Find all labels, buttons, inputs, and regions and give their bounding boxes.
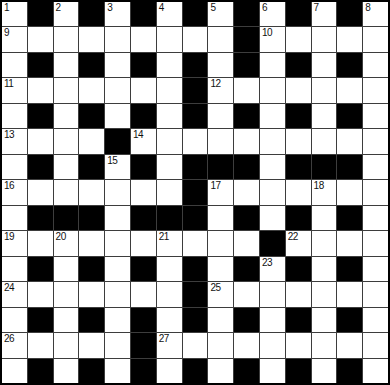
- cell-r12-c14-white[interactable]: [363, 308, 388, 332]
- cell-r1-c0-white[interactable]: 9: [2, 27, 27, 51]
- clue-number: 24: [4, 282, 14, 294]
- cell-r4-c7-black: [183, 104, 208, 128]
- cell-r13-c14-white[interactable]: [363, 333, 388, 357]
- cell-r11-c12-white[interactable]: [312, 282, 337, 306]
- cell-r0-c9-black: [234, 2, 259, 26]
- clue-number: 26: [4, 333, 14, 345]
- cell-r9-c4-white[interactable]: [105, 231, 130, 255]
- cell-r10-c1-black: [28, 257, 53, 281]
- cell-r5-c6-white[interactable]: [157, 129, 182, 153]
- cell-r9-c11-white[interactable]: 22: [286, 231, 311, 255]
- cell-r12-c4-white[interactable]: [105, 308, 130, 332]
- cell-r6-c3-black: [79, 155, 104, 179]
- clue-number: 12: [210, 78, 220, 90]
- cell-r8-c9-black: [234, 206, 259, 230]
- cell-r14-c8-white[interactable]: [208, 359, 233, 383]
- cell-r4-c3-black: [79, 104, 104, 128]
- cell-r2-c0-white[interactable]: [2, 53, 27, 77]
- cell-r7-c14-white[interactable]: [363, 180, 388, 204]
- cell-r13-c3-white[interactable]: [79, 333, 104, 357]
- cell-r6-c9-black: [234, 155, 259, 179]
- cell-r13-c6-white[interactable]: 27: [157, 333, 182, 357]
- cell-r10-c4-white[interactable]: [105, 257, 130, 281]
- cell-r3-c10-white[interactable]: [260, 78, 285, 102]
- cell-r6-c4-white[interactable]: 15: [105, 155, 130, 179]
- cell-r4-c14-white[interactable]: [363, 104, 388, 128]
- cell-r3-c4-white[interactable]: [105, 78, 130, 102]
- cell-r4-c2-white[interactable]: [54, 104, 79, 128]
- cell-r11-c5-white[interactable]: [131, 282, 156, 306]
- cell-r3-c9-white[interactable]: [234, 78, 259, 102]
- cell-r1-c3-white[interactable]: [79, 27, 104, 51]
- cell-r9-c14-white[interactable]: [363, 231, 388, 255]
- cell-r0-c0-white[interactable]: 1: [2, 2, 27, 26]
- cell-r6-c10-white[interactable]: [260, 155, 285, 179]
- cell-r10-c5-black: [131, 257, 156, 281]
- cell-r10-c12-white[interactable]: [312, 257, 337, 281]
- cell-r14-c9-black: [234, 359, 259, 383]
- cell-r11-c8-white[interactable]: 25: [208, 282, 233, 306]
- cell-r7-c10-white[interactable]: [260, 180, 285, 204]
- cell-r7-c5-white[interactable]: [131, 180, 156, 204]
- clue-number: 15: [107, 155, 117, 167]
- cell-r1-c13-white[interactable]: [337, 27, 362, 51]
- cell-r5-c0-white[interactable]: 13: [2, 129, 27, 153]
- cell-r5-c8-white[interactable]: [208, 129, 233, 153]
- cell-r5-c14-white[interactable]: [363, 129, 388, 153]
- cell-r3-c5-white[interactable]: [131, 78, 156, 102]
- cell-r7-c6-white[interactable]: [157, 180, 182, 204]
- cell-r7-c11-white[interactable]: [286, 180, 311, 204]
- cell-r11-c1-white[interactable]: [28, 282, 53, 306]
- cell-r5-c1-white[interactable]: [28, 129, 53, 153]
- cell-r12-c2-white[interactable]: [54, 308, 79, 332]
- cell-r10-c0-white[interactable]: [2, 257, 27, 281]
- cell-r7-c4-white[interactable]: [105, 180, 130, 204]
- cell-r14-c6-white[interactable]: [157, 359, 182, 383]
- cell-r2-c4-white[interactable]: [105, 53, 130, 77]
- cell-r8-c10-white[interactable]: [260, 206, 285, 230]
- cell-r2-c9-black: [234, 53, 259, 77]
- cell-r6-c8-black: [208, 155, 233, 179]
- clue-number: 23: [262, 257, 272, 269]
- cell-r13-c5-black: [131, 333, 156, 357]
- cell-r3-c7-black: [183, 78, 208, 102]
- cell-r4-c5-black: [131, 104, 156, 128]
- cell-r2-c3-black: [79, 53, 104, 77]
- cell-r2-c12-white[interactable]: [312, 53, 337, 77]
- cell-r9-c8-white[interactable]: [208, 231, 233, 255]
- cell-r7-c2-white[interactable]: [54, 180, 79, 204]
- clue-number: 7: [314, 2, 319, 14]
- cell-r4-c1-black: [28, 104, 53, 128]
- cell-r4-c9-black: [234, 104, 259, 128]
- cell-r3-c8-white[interactable]: 12: [208, 78, 233, 102]
- cell-r11-c14-white[interactable]: [363, 282, 388, 306]
- cell-r5-c2-white[interactable]: [54, 129, 79, 153]
- cell-r3-c2-white[interactable]: [54, 78, 79, 102]
- cell-r10-c10-white[interactable]: 23: [260, 257, 285, 281]
- cell-r9-c6-white[interactable]: 21: [157, 231, 182, 255]
- cell-r9-c3-white[interactable]: [79, 231, 104, 255]
- cell-r1-c5-white[interactable]: [131, 27, 156, 51]
- cell-r8-c12-white[interactable]: [312, 206, 337, 230]
- cell-r3-c13-white[interactable]: [337, 78, 362, 102]
- cell-r1-c1-white[interactable]: [28, 27, 53, 51]
- cell-r0-c13-black: [337, 2, 362, 26]
- cell-r13-c11-white[interactable]: [286, 333, 311, 357]
- cell-r9-c0-white[interactable]: 19: [2, 231, 27, 255]
- cell-r8-c1-black: [28, 206, 53, 230]
- cell-r6-c12-black: [312, 155, 337, 179]
- cell-r1-c2-white[interactable]: [54, 27, 79, 51]
- cell-r3-c0-white[interactable]: 11: [2, 78, 27, 102]
- cell-r0-c11-black: [286, 2, 311, 26]
- clue-number: 16: [4, 180, 14, 192]
- cell-r1-c11-white[interactable]: [286, 27, 311, 51]
- cell-r14-c14-white[interactable]: [363, 359, 388, 383]
- cell-r8-c0-white[interactable]: [2, 206, 27, 230]
- cell-r5-c10-white[interactable]: [260, 129, 285, 153]
- clue-number: 21: [159, 231, 169, 243]
- cell-r5-c9-white[interactable]: [234, 129, 259, 153]
- cell-r2-c5-black: [131, 53, 156, 77]
- cell-r13-c9-white[interactable]: [234, 333, 259, 357]
- cell-r14-c2-white[interactable]: [54, 359, 79, 383]
- cell-r6-c14-white[interactable]: [363, 155, 388, 179]
- cell-r12-c10-white[interactable]: [260, 308, 285, 332]
- cell-r1-c10-white[interactable]: 10: [260, 27, 285, 51]
- cell-r6-c7-black: [183, 155, 208, 179]
- cell-r0-c10-white[interactable]: 6: [260, 2, 285, 26]
- cell-r6-c1-black: [28, 155, 53, 179]
- cell-r13-c4-white[interactable]: [105, 333, 130, 357]
- clue-number: 3: [107, 2, 112, 14]
- cell-r7-c9-white[interactable]: [234, 180, 259, 204]
- cell-r12-c5-black: [131, 308, 156, 332]
- cell-r2-c8-white[interactable]: [208, 53, 233, 77]
- cell-r11-c6-white[interactable]: [157, 282, 182, 306]
- cell-r8-c3-black: [79, 206, 104, 230]
- cell-r14-c1-black: [28, 359, 53, 383]
- cell-r1-c12-white[interactable]: [312, 27, 337, 51]
- clue-number: 9: [4, 27, 9, 39]
- cell-r12-c12-white[interactable]: [312, 308, 337, 332]
- cell-r8-c2-black: [54, 206, 79, 230]
- cell-r14-c7-black: [183, 359, 208, 383]
- cell-r8-c11-black: [286, 206, 311, 230]
- clue-number: 1: [4, 2, 9, 14]
- cell-r7-c8-white[interactable]: 17: [208, 180, 233, 204]
- cell-r7-c3-white[interactable]: [79, 180, 104, 204]
- cell-r8-c8-white[interactable]: [208, 206, 233, 230]
- cell-r13-c2-white[interactable]: [54, 333, 79, 357]
- crossword-grid: 1234567891011121314151617181920212223242…: [0, 0, 390, 385]
- cell-r5-c3-white[interactable]: [79, 129, 104, 153]
- cell-r12-c6-white[interactable]: [157, 308, 182, 332]
- cell-r9-c7-white[interactable]: [183, 231, 208, 255]
- cell-r10-c11-black: [286, 257, 311, 281]
- cell-r12-c13-black: [337, 308, 362, 332]
- cell-r4-c4-white[interactable]: [105, 104, 130, 128]
- cell-r13-c12-white[interactable]: [312, 333, 337, 357]
- cell-r3-c6-white[interactable]: [157, 78, 182, 102]
- cell-r10-c3-black: [79, 257, 104, 281]
- cell-r11-c9-white[interactable]: [234, 282, 259, 306]
- cell-r0-c2-white[interactable]: 2: [54, 2, 79, 26]
- clue-number: 25: [210, 282, 220, 294]
- cell-r2-c1-black: [28, 53, 53, 77]
- cell-r10-c9-black: [234, 257, 259, 281]
- cell-r14-c10-white[interactable]: [260, 359, 285, 383]
- cell-r11-c13-white[interactable]: [337, 282, 362, 306]
- clue-number: 17: [210, 180, 220, 192]
- cell-r10-c8-white[interactable]: [208, 257, 233, 281]
- cell-r4-c0-white[interactable]: [2, 104, 27, 128]
- cell-r4-c12-white[interactable]: [312, 104, 337, 128]
- cell-r14-c4-white[interactable]: [105, 359, 130, 383]
- cell-r12-c0-white[interactable]: [2, 308, 27, 332]
- cell-r8-c5-black: [131, 206, 156, 230]
- cell-r13-c8-white[interactable]: [208, 333, 233, 357]
- clue-number: 4: [159, 2, 164, 14]
- cell-r0-c12-white[interactable]: 7: [312, 2, 337, 26]
- cell-r3-c1-white[interactable]: [28, 78, 53, 102]
- cell-r7-c0-white[interactable]: 16: [2, 180, 27, 204]
- clue-number: 6: [262, 2, 267, 14]
- cell-r11-c11-white[interactable]: [286, 282, 311, 306]
- clue-number: 2: [56, 2, 61, 14]
- cell-r3-c11-white[interactable]: [286, 78, 311, 102]
- cell-r9-c5-white[interactable]: [131, 231, 156, 255]
- cell-r13-c1-white[interactable]: [28, 333, 53, 357]
- cell-r14-c5-black: [131, 359, 156, 383]
- cell-r6-c5-black: [131, 155, 156, 179]
- cell-r14-c11-black: [286, 359, 311, 383]
- cell-r12-c3-black: [79, 308, 104, 332]
- cell-r11-c0-white[interactable]: 24: [2, 282, 27, 306]
- cell-r14-c12-white[interactable]: [312, 359, 337, 383]
- cell-r12-c9-black: [234, 308, 259, 332]
- cell-r8-c7-black: [183, 206, 208, 230]
- cell-r11-c10-white[interactable]: [260, 282, 285, 306]
- cell-r9-c10-black: [260, 231, 285, 255]
- cell-r8-c6-black: [157, 206, 182, 230]
- cell-r11-c4-white[interactable]: [105, 282, 130, 306]
- cell-r3-c14-white[interactable]: [363, 78, 388, 102]
- cell-r1-c8-white[interactable]: [208, 27, 233, 51]
- cell-r0-c1-black: [28, 2, 53, 26]
- cell-r4-c10-white[interactable]: [260, 104, 285, 128]
- cell-r9-c1-white[interactable]: [28, 231, 53, 255]
- cell-r6-c6-white[interactable]: [157, 155, 182, 179]
- cell-r7-c1-white[interactable]: [28, 180, 53, 204]
- clue-number: 5: [210, 2, 215, 14]
- clue-number: 8: [365, 2, 370, 14]
- clue-number: 14: [133, 129, 143, 141]
- clue-number: 11: [4, 78, 13, 90]
- cell-r0-c8-white[interactable]: 5: [208, 2, 233, 26]
- cell-r10-c13-black: [337, 257, 362, 281]
- cell-r2-c7-black: [183, 53, 208, 77]
- cell-r2-c10-white[interactable]: [260, 53, 285, 77]
- cell-r1-c7-white[interactable]: [183, 27, 208, 51]
- cell-r4-c13-black: [337, 104, 362, 128]
- cell-r0-c7-black: [183, 2, 208, 26]
- clue-number: 22: [288, 231, 298, 243]
- cell-r12-c7-black: [183, 308, 208, 332]
- cell-r10-c14-white[interactable]: [363, 257, 388, 281]
- cell-r0-c5-black: [131, 2, 156, 26]
- cell-r3-c12-white[interactable]: [312, 78, 337, 102]
- cell-r3-c3-white[interactable]: [79, 78, 104, 102]
- cell-r6-c0-white[interactable]: [2, 155, 27, 179]
- cell-r11-c2-white[interactable]: [54, 282, 79, 306]
- cell-r2-c14-white[interactable]: [363, 53, 388, 77]
- cell-r0-c4-white[interactable]: 3: [105, 2, 130, 26]
- clue-number: 10: [262, 27, 272, 39]
- cell-r1-c4-white[interactable]: [105, 27, 130, 51]
- cell-r9-c9-white[interactable]: [234, 231, 259, 255]
- cell-r11-c3-white[interactable]: [79, 282, 104, 306]
- cell-r4-c11-black: [286, 104, 311, 128]
- cell-r4-c8-white[interactable]: [208, 104, 233, 128]
- cell-r11-c7-black: [183, 282, 208, 306]
- clue-number: 18: [314, 180, 324, 192]
- cell-r2-c6-white[interactable]: [157, 53, 182, 77]
- cell-r6-c11-black: [286, 155, 311, 179]
- cell-r5-c11-white[interactable]: [286, 129, 311, 153]
- cell-r8-c13-black: [337, 206, 362, 230]
- cell-r1-c14-white[interactable]: [363, 27, 388, 51]
- cell-r0-c14-white[interactable]: 8: [363, 2, 388, 26]
- cell-r7-c7-black: [183, 180, 208, 204]
- cell-r14-c13-black: [337, 359, 362, 383]
- cell-r13-c10-white[interactable]: [260, 333, 285, 357]
- cell-r5-c7-white[interactable]: [183, 129, 208, 153]
- cell-r9-c12-white[interactable]: [312, 231, 337, 255]
- clue-number: 19: [4, 231, 14, 243]
- cell-r6-c13-black: [337, 155, 362, 179]
- crossword-board: 1234567891011121314151617181920212223242…: [0, 0, 390, 385]
- clue-number: 20: [56, 231, 66, 243]
- cell-r12-c8-white[interactable]: [208, 308, 233, 332]
- clue-number: 13: [4, 129, 14, 141]
- cell-r12-c1-black: [28, 308, 53, 332]
- cell-r5-c5-white[interactable]: 14: [131, 129, 156, 153]
- cell-r13-c13-white[interactable]: [337, 333, 362, 357]
- cell-r13-c0-white[interactable]: 26: [2, 333, 27, 357]
- cell-r7-c13-white[interactable]: [337, 180, 362, 204]
- cell-r0-c3-black: [79, 2, 104, 26]
- cell-r14-c3-black: [79, 359, 104, 383]
- cell-r10-c2-white[interactable]: [54, 257, 79, 281]
- cell-r5-c12-white[interactable]: [312, 129, 337, 153]
- cell-r14-c0-white[interactable]: [2, 359, 27, 383]
- cell-r2-c11-black: [286, 53, 311, 77]
- cell-r1-c9-black: [234, 27, 259, 51]
- cell-r6-c2-white[interactable]: [54, 155, 79, 179]
- cell-r4-c6-white[interactable]: [157, 104, 182, 128]
- cell-r2-c13-black: [337, 53, 362, 77]
- cell-r9-c2-white[interactable]: 20: [54, 231, 79, 255]
- cell-r8-c4-white[interactable]: [105, 206, 130, 230]
- cell-r5-c4-black: [105, 129, 130, 153]
- cell-r2-c2-white[interactable]: [54, 53, 79, 77]
- cell-r10-c7-black: [183, 257, 208, 281]
- cell-r5-c13-white[interactable]: [337, 129, 362, 153]
- cell-r7-c12-white[interactable]: 18: [312, 180, 337, 204]
- cell-r12-c11-black: [286, 308, 311, 332]
- cell-r8-c14-white[interactable]: [363, 206, 388, 230]
- cell-r0-c6-white[interactable]: 4: [157, 2, 182, 26]
- clue-number: 27: [159, 333, 169, 345]
- cell-r9-c13-white[interactable]: [337, 231, 362, 255]
- cell-r1-c6-white[interactable]: [157, 27, 182, 51]
- cell-r13-c7-white[interactable]: [183, 333, 208, 357]
- cell-r10-c6-white[interactable]: [157, 257, 182, 281]
